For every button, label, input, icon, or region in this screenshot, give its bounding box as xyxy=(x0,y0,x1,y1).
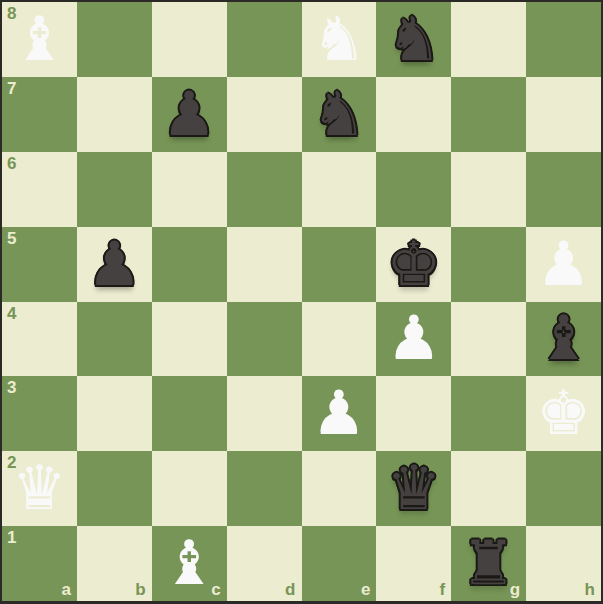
square-e1[interactable]: e xyxy=(302,526,377,601)
square-d5[interactable] xyxy=(227,227,302,302)
square-a3[interactable]: 3 xyxy=(2,376,77,451)
black-pawn[interactable]: ♟ xyxy=(162,83,217,144)
rank-label-5: 5 xyxy=(7,230,16,247)
square-f5[interactable]: ♚ xyxy=(376,227,451,302)
black-knight[interactable]: ♞ xyxy=(312,83,367,144)
square-h2[interactable] xyxy=(526,451,601,526)
square-c5[interactable] xyxy=(152,227,227,302)
square-h4[interactable]: ♝ xyxy=(526,302,601,377)
square-d7[interactable] xyxy=(227,77,302,152)
square-g8[interactable] xyxy=(451,2,526,77)
white-pawn[interactable]: ♟ xyxy=(312,382,367,443)
rank-label-1: 1 xyxy=(7,529,16,546)
black-queen[interactable]: ♛ xyxy=(386,457,441,518)
square-f7[interactable] xyxy=(376,77,451,152)
square-g1[interactable]: g♜ xyxy=(451,526,526,601)
rank-label-7: 7 xyxy=(7,80,16,97)
white-bishop[interactable]: ♝ xyxy=(12,8,67,69)
square-d4[interactable] xyxy=(227,302,302,377)
square-b4[interactable] xyxy=(77,302,152,377)
square-g7[interactable] xyxy=(451,77,526,152)
square-a4[interactable]: 4 xyxy=(2,302,77,377)
square-h5[interactable]: ♟ xyxy=(526,227,601,302)
white-pawn[interactable]: ♟ xyxy=(386,307,441,368)
rank-label-6: 6 xyxy=(7,155,16,172)
black-knight[interactable]: ♞ xyxy=(386,8,441,69)
square-a1[interactable]: 1a xyxy=(2,526,77,601)
square-h1[interactable]: h xyxy=(526,526,601,601)
square-g3[interactable] xyxy=(451,376,526,451)
square-h6[interactable] xyxy=(526,152,601,227)
file-label-a: a xyxy=(61,581,70,598)
board-frame: 8♝♞♞7♟♞65♟♚♟4♟♝3♟♚2♛♛1abc♝defg♜h xyxy=(0,0,603,604)
square-b1[interactable]: b xyxy=(77,526,152,601)
white-knight[interactable]: ♞ xyxy=(312,8,367,69)
square-b3[interactable] xyxy=(77,376,152,451)
black-bishop[interactable]: ♝ xyxy=(536,307,591,368)
square-f2[interactable]: ♛ xyxy=(376,451,451,526)
square-b8[interactable] xyxy=(77,2,152,77)
square-c2[interactable] xyxy=(152,451,227,526)
square-f6[interactable] xyxy=(376,152,451,227)
square-a6[interactable]: 6 xyxy=(2,152,77,227)
square-g6[interactable] xyxy=(451,152,526,227)
square-g2[interactable] xyxy=(451,451,526,526)
square-g4[interactable] xyxy=(451,302,526,377)
file-label-f: f xyxy=(440,581,446,598)
square-g5[interactable] xyxy=(451,227,526,302)
white-king[interactable]: ♚ xyxy=(536,382,591,443)
file-label-h: h xyxy=(585,581,595,598)
square-h3[interactable]: ♚ xyxy=(526,376,601,451)
square-e7[interactable]: ♞ xyxy=(302,77,377,152)
square-d1[interactable]: d xyxy=(227,526,302,601)
square-d2[interactable] xyxy=(227,451,302,526)
square-e6[interactable] xyxy=(302,152,377,227)
file-label-d: d xyxy=(285,581,295,598)
square-c7[interactable]: ♟ xyxy=(152,77,227,152)
white-bishop[interactable]: ♝ xyxy=(162,532,217,593)
square-e3[interactable]: ♟ xyxy=(302,376,377,451)
white-pawn[interactable]: ♟ xyxy=(536,233,591,294)
square-a7[interactable]: 7 xyxy=(2,77,77,152)
square-h8[interactable] xyxy=(526,2,601,77)
black-pawn[interactable]: ♟ xyxy=(87,233,142,294)
white-queen[interactable]: ♛ xyxy=(12,457,67,518)
file-label-b: b xyxy=(135,581,145,598)
square-b5[interactable]: ♟ xyxy=(77,227,152,302)
square-c8[interactable] xyxy=(152,2,227,77)
chess-board: 8♝♞♞7♟♞65♟♚♟4♟♝3♟♚2♛♛1abc♝defg♜h xyxy=(2,2,601,601)
square-a5[interactable]: 5 xyxy=(2,227,77,302)
file-label-e: e xyxy=(361,581,370,598)
square-c3[interactable] xyxy=(152,376,227,451)
square-f3[interactable] xyxy=(376,376,451,451)
rank-label-4: 4 xyxy=(7,305,16,322)
square-c1[interactable]: c♝ xyxy=(152,526,227,601)
square-e5[interactable] xyxy=(302,227,377,302)
square-e2[interactable] xyxy=(302,451,377,526)
square-f1[interactable]: f xyxy=(376,526,451,601)
square-h7[interactable] xyxy=(526,77,601,152)
square-a8[interactable]: 8♝ xyxy=(2,2,77,77)
square-c4[interactable] xyxy=(152,302,227,377)
square-e8[interactable]: ♞ xyxy=(302,2,377,77)
rank-label-3: 3 xyxy=(7,379,16,396)
black-rook[interactable]: ♜ xyxy=(461,532,516,593)
square-b6[interactable] xyxy=(77,152,152,227)
square-c6[interactable] xyxy=(152,152,227,227)
square-d6[interactable] xyxy=(227,152,302,227)
square-f4[interactable]: ♟ xyxy=(376,302,451,377)
square-d8[interactable] xyxy=(227,2,302,77)
square-e4[interactable] xyxy=(302,302,377,377)
square-b2[interactable] xyxy=(77,451,152,526)
square-d3[interactable] xyxy=(227,376,302,451)
square-f8[interactable]: ♞ xyxy=(376,2,451,77)
square-a2[interactable]: 2♛ xyxy=(2,451,77,526)
black-king[interactable]: ♚ xyxy=(386,233,441,294)
square-b7[interactable] xyxy=(77,77,152,152)
